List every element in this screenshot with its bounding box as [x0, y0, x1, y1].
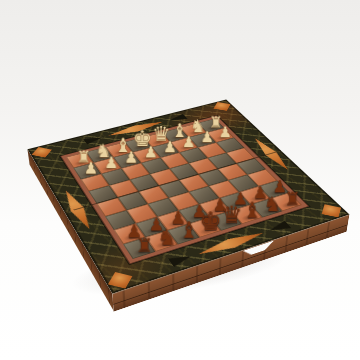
piece-white-pawn[interactable]: ♟	[140, 145, 161, 160]
inlay-corner-diamond	[108, 272, 133, 289]
inlay-corner-diamond	[213, 102, 230, 111]
inlay-triangle	[168, 252, 195, 267]
squares-grid: ♜♞♝♚♛♝♞♜♟♟♟♟♟♟♟♟♟♟♟♟♟♟♟♟♜♞♝♚♛♝♞♜	[66, 119, 302, 260]
piece-white-pawn[interactable]: ♟	[197, 130, 218, 145]
piece-black-king[interactable]: ♚	[198, 209, 222, 234]
piece-black-queen[interactable]: ♛	[220, 204, 244, 228]
inlay-triangle	[266, 221, 291, 235]
inlay-corner-diamond	[322, 204, 342, 217]
piece-white-pawn[interactable]: ♟	[121, 150, 142, 166]
inlay-corner-diamond	[31, 147, 52, 158]
piece-white-pawn[interactable]: ♟	[80, 161, 102, 177]
photo-backdrop: ♜♞♝♚♛♝♞♜♟♟♟♟♟♟♟♟♟♟♟♟♟♟♟♟♜♞♝♚♛♝♞♜	[0, 0, 360, 360]
piece-black-knight[interactable]: ♞	[154, 227, 179, 248]
piece-black-knight[interactable]: ♞	[261, 194, 284, 214]
piece-white-pawn[interactable]: ♟	[101, 155, 123, 171]
piece-black-bishop[interactable]: ♝	[177, 219, 201, 241]
piece-white-pawn[interactable]: ♟	[178, 135, 199, 150]
piece-black-rook[interactable]: ♜	[132, 236, 157, 255]
piece-white-pawn[interactable]: ♟	[215, 125, 235, 140]
piece-white-pawn[interactable]: ♟	[160, 140, 181, 155]
piece-black-bishop[interactable]: ♝	[240, 199, 264, 220]
